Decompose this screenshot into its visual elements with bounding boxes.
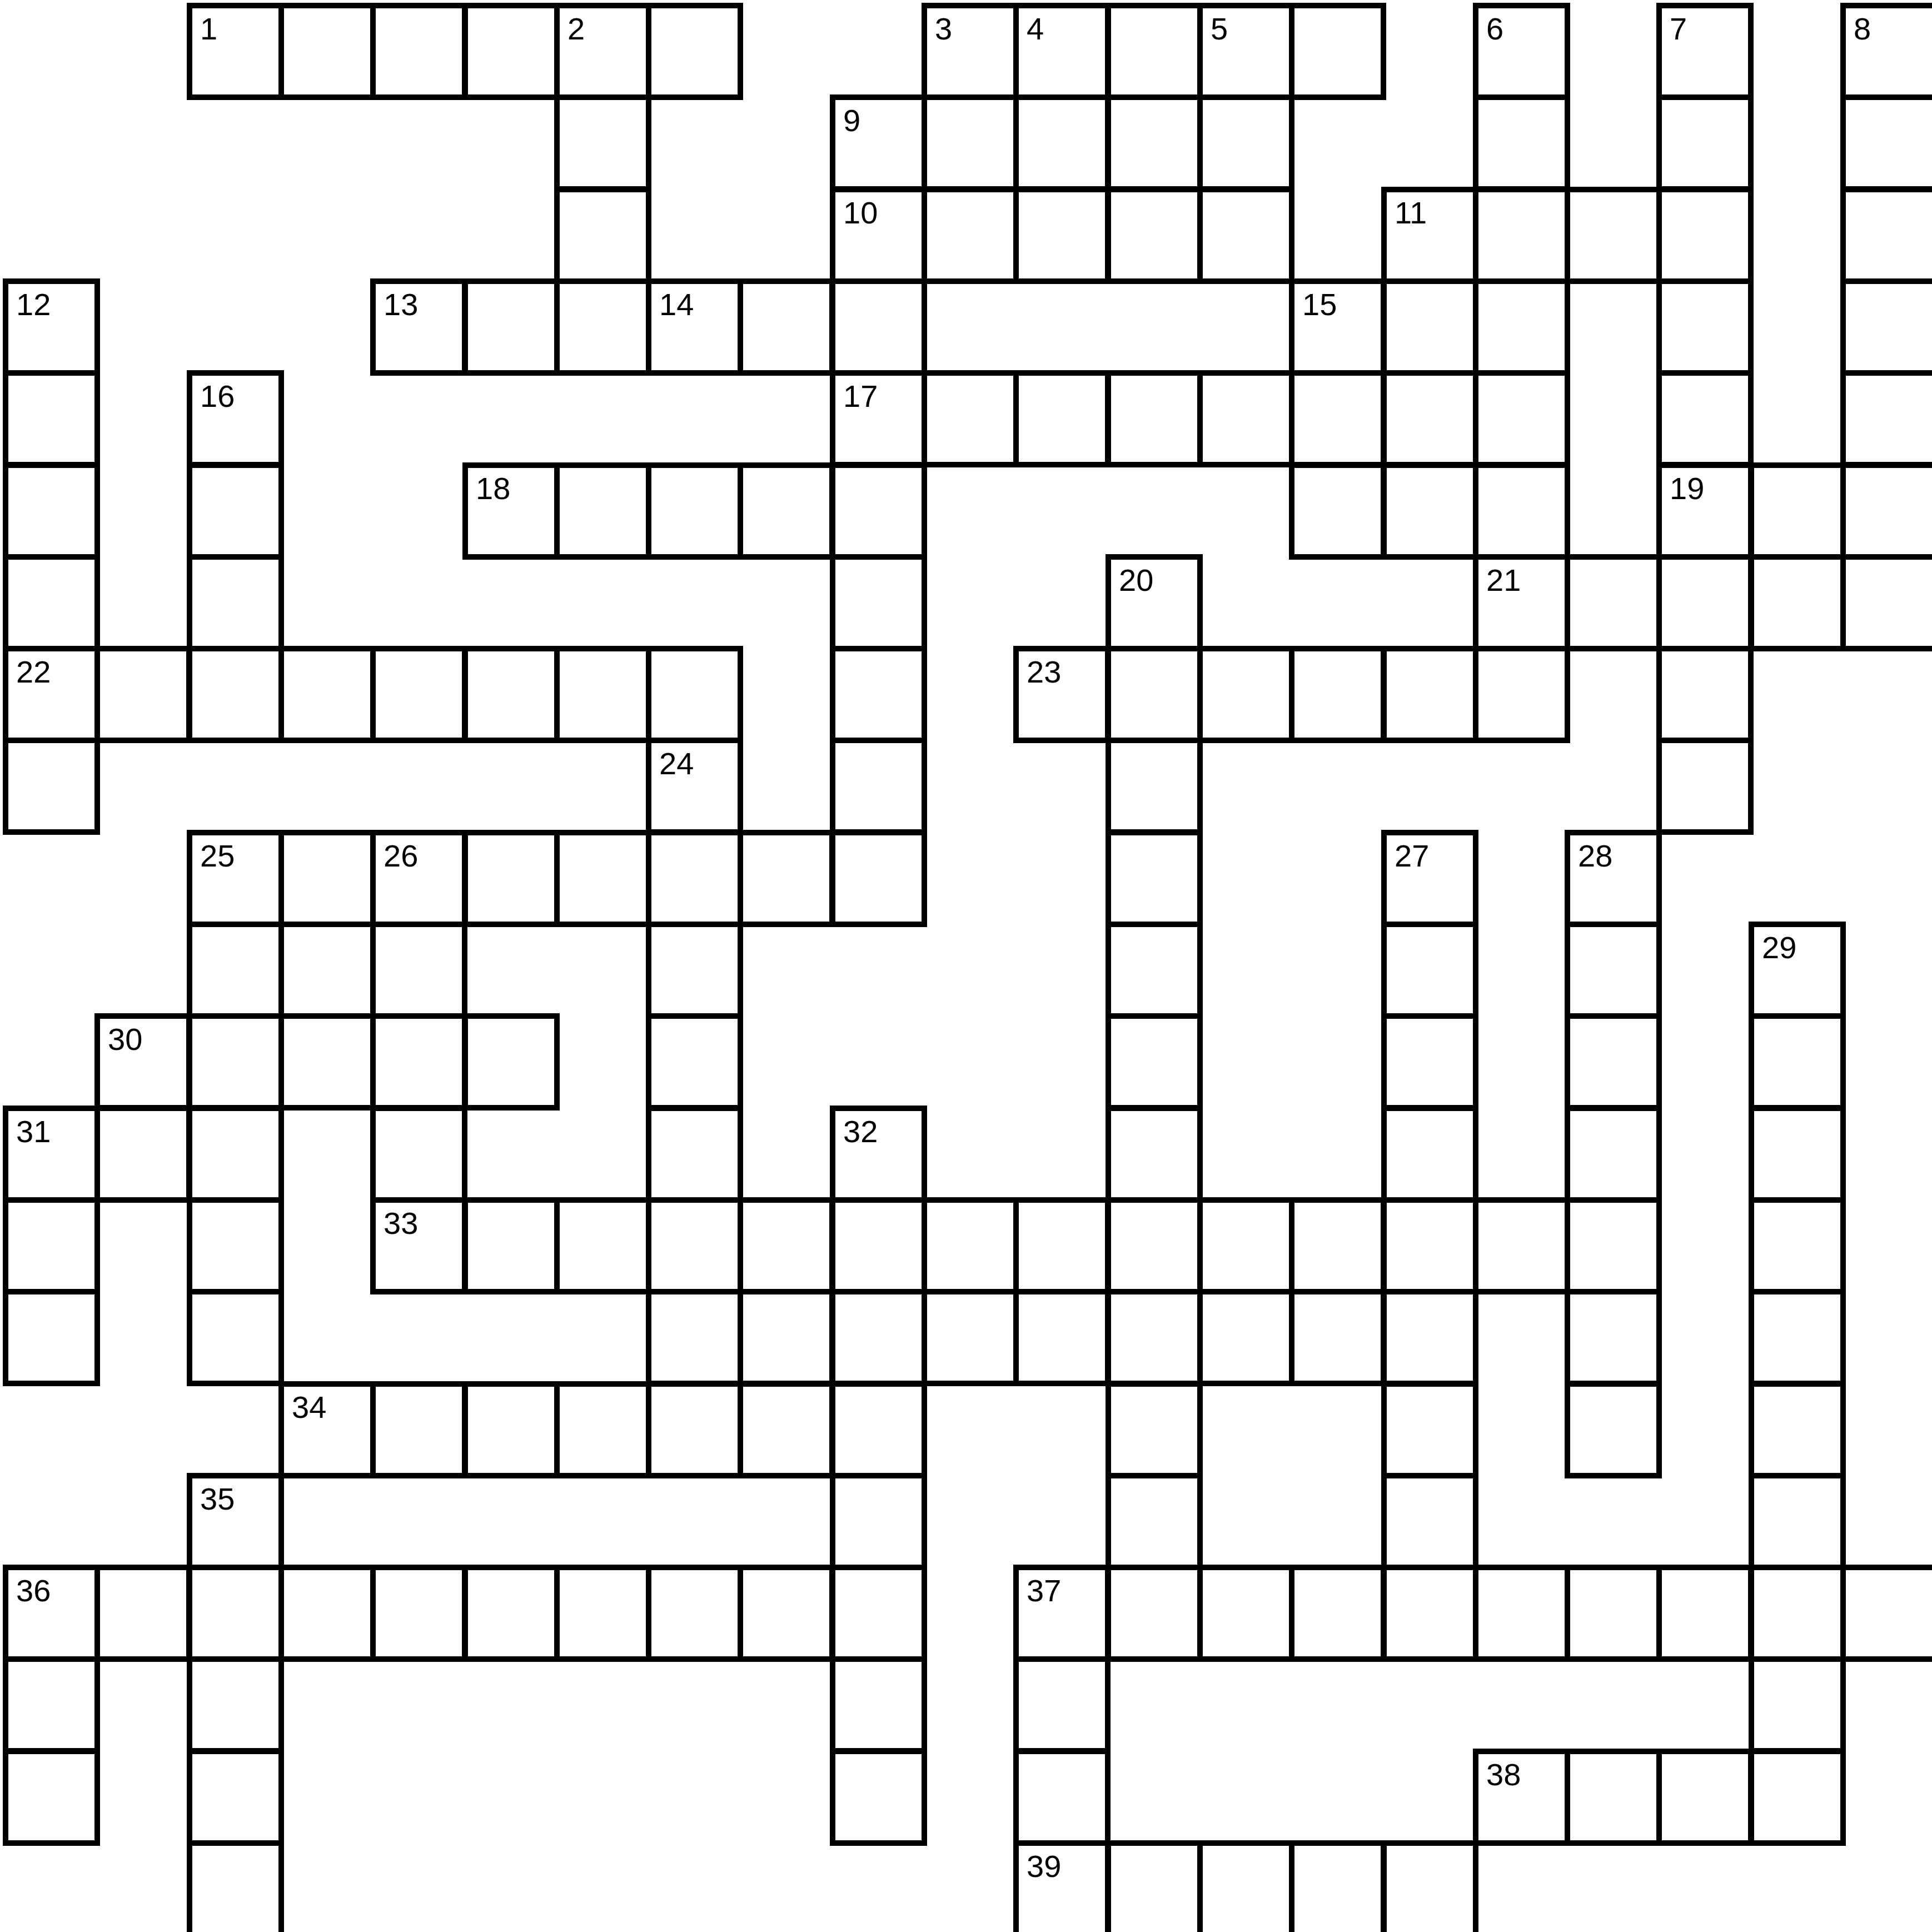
clue-number: 39 <box>1027 1849 1061 1884</box>
grid-cell[interactable] <box>738 462 835 560</box>
grid-cell[interactable] <box>1749 1565 1846 1662</box>
grid-cell[interactable] <box>1840 554 1932 651</box>
grid-cell[interactable] <box>1473 1565 1570 1662</box>
grid-cell[interactable] <box>646 1381 743 1478</box>
grid-cell[interactable] <box>738 278 835 376</box>
grid-cell[interactable]: 26 <box>370 830 467 927</box>
grid-cell[interactable] <box>1381 1197 1478 1294</box>
grid-cell[interactable] <box>830 646 927 743</box>
clue-number: 31 <box>16 1114 51 1149</box>
grid-cell[interactable] <box>1473 370 1570 467</box>
grid-cell[interactable] <box>1749 1749 1846 1846</box>
grid-cell[interactable]: 24 <box>646 738 743 835</box>
grid-cell[interactable]: 31 <box>3 1106 100 1203</box>
grid-cell[interactable] <box>187 922 284 1019</box>
grid-cell[interactable]: 8 <box>1840 3 1932 100</box>
grid-cell[interactable] <box>1565 1013 1662 1111</box>
clue-number: 23 <box>1027 655 1061 689</box>
clue-number: 27 <box>1395 839 1429 873</box>
grid-cell[interactable] <box>554 278 651 376</box>
grid-cell[interactable] <box>370 1565 467 1662</box>
grid-cell[interactable] <box>554 1565 651 1662</box>
grid-cell[interactable] <box>1289 1840 1386 1932</box>
grid-cell[interactable]: 22 <box>3 646 100 743</box>
grid-cell[interactable] <box>1749 1473 1846 1570</box>
grid-cell[interactable] <box>830 1197 927 1294</box>
clue-number: 24 <box>659 746 694 781</box>
grid-cell[interactable] <box>1106 830 1203 927</box>
clue-number: 28 <box>1578 839 1612 873</box>
grid-cell[interactable] <box>646 462 743 560</box>
clue-number: 11 <box>1395 196 1427 230</box>
grid-cell[interactable]: 15 <box>1289 278 1386 376</box>
grid-cell[interactable]: 9 <box>830 94 927 192</box>
grid-cell[interactable] <box>1656 278 1754 376</box>
grid-cell[interactable] <box>554 462 651 560</box>
grid-cell[interactable] <box>830 830 927 927</box>
grid-cell[interactable] <box>187 1749 284 1846</box>
grid-cell[interactable]: 39 <box>1013 1840 1111 1932</box>
clue-number: 20 <box>1119 563 1153 597</box>
grid-cell[interactable] <box>1197 1197 1294 1294</box>
grid-cell[interactable] <box>646 3 743 100</box>
grid-cell[interactable] <box>370 1106 467 1203</box>
grid-cell[interactable] <box>738 1565 835 1662</box>
grid-cell[interactable] <box>554 94 651 192</box>
grid-cell[interactable] <box>278 1013 376 1111</box>
grid-cell[interactable] <box>278 3 376 100</box>
grid-cell[interactable]: 33 <box>370 1197 467 1294</box>
grid-cell[interactable] <box>1381 1289 1478 1386</box>
grid-cell[interactable]: 14 <box>646 278 743 376</box>
grid-cell[interactable] <box>1289 3 1386 100</box>
grid-cell[interactable] <box>1381 1381 1478 1478</box>
grid-cell[interactable] <box>1381 922 1478 1019</box>
grid-cell[interactable] <box>1106 3 1203 100</box>
clue-number: 14 <box>659 287 694 322</box>
grid-cell[interactable] <box>370 3 467 100</box>
grid-cell[interactable] <box>1013 94 1111 192</box>
grid-cell[interactable] <box>1197 1565 1294 1662</box>
clue-number: 2 <box>567 12 585 46</box>
grid-cell[interactable] <box>1840 462 1932 560</box>
grid-cell[interactable] <box>187 1565 284 1662</box>
grid-cell[interactable] <box>1656 646 1754 743</box>
grid-cell[interactable] <box>1106 370 1203 467</box>
grid-cell[interactable] <box>1013 1197 1111 1294</box>
clue-number: 35 <box>200 1482 235 1516</box>
clue-number: 15 <box>1302 287 1337 322</box>
grid-cell[interactable]: 34 <box>278 1381 376 1478</box>
grid-cell[interactable] <box>1473 94 1570 192</box>
grid-cell[interactable] <box>1106 1013 1203 1111</box>
grid-cell[interactable] <box>1565 187 1662 284</box>
grid-cell[interactable] <box>646 830 743 927</box>
grid-cell[interactable] <box>1473 646 1570 743</box>
grid-cell[interactable] <box>3 370 100 467</box>
grid-cell[interactable] <box>830 1381 927 1478</box>
grid-cell[interactable] <box>646 922 743 1019</box>
grid-cell[interactable] <box>1106 646 1203 743</box>
grid-cell[interactable] <box>94 1106 192 1203</box>
grid-cell[interactable] <box>738 1289 835 1386</box>
grid-cell[interactable] <box>1565 1381 1662 1478</box>
grid-cell[interactable] <box>830 278 927 376</box>
grid-cell[interactable] <box>830 1749 927 1846</box>
grid-cell[interactable] <box>187 554 284 651</box>
grid-cell[interactable] <box>554 1197 651 1294</box>
clue-number: 7 <box>1670 12 1687 46</box>
clue-number: 1 <box>200 12 217 46</box>
clue-number: 30 <box>108 1022 142 1057</box>
grid-cell[interactable] <box>370 1381 467 1478</box>
grid-cell[interactable]: 19 <box>1656 462 1754 560</box>
grid-cell[interactable] <box>1565 1106 1662 1203</box>
grid-cell[interactable] <box>1656 187 1754 284</box>
clue-number: 17 <box>843 379 878 414</box>
grid-cell[interactable] <box>94 646 192 743</box>
grid-cell[interactable] <box>3 1656 100 1754</box>
grid-cell[interactable] <box>1197 94 1294 192</box>
grid-cell[interactable] <box>1106 1381 1203 1478</box>
clue-number: 4 <box>1027 12 1044 46</box>
grid-cell[interactable]: 12 <box>3 278 100 376</box>
grid-cell[interactable] <box>370 646 467 743</box>
grid-cell[interactable] <box>1013 370 1111 467</box>
grid-cell[interactable] <box>1289 646 1386 743</box>
grid-cell[interactable] <box>1565 1565 1662 1662</box>
grid-cell[interactable] <box>646 1565 743 1662</box>
grid-cell[interactable] <box>1749 462 1846 560</box>
grid-cell[interactable]: 38 <box>1473 1749 1570 1846</box>
clue-number: 25 <box>200 839 235 873</box>
clue-number: 22 <box>16 655 51 689</box>
grid-cell[interactable] <box>462 1197 560 1294</box>
grid-cell[interactable] <box>187 1106 284 1203</box>
grid-cell[interactable] <box>922 370 1019 467</box>
grid-cell[interactable] <box>1289 462 1386 560</box>
grid-cell[interactable] <box>1381 278 1478 376</box>
grid-cell[interactable]: 25 <box>187 830 284 927</box>
grid-cell[interactable] <box>554 646 651 743</box>
grid-cell[interactable] <box>1289 370 1386 467</box>
grid-cell[interactable] <box>830 1289 927 1386</box>
clue-number: 19 <box>1670 471 1704 506</box>
grid-cell[interactable] <box>554 830 651 927</box>
grid-cell[interactable]: 13 <box>370 278 467 376</box>
grid-cell[interactable] <box>1749 554 1846 651</box>
crossword-grid: 1234567891011121314151617181920212223242… <box>0 0 1932 1932</box>
grid-cell[interactable] <box>1197 1840 1294 1932</box>
clue-number: 36 <box>16 1574 51 1608</box>
clue-number: 38 <box>1486 1757 1521 1792</box>
grid-cell[interactable] <box>3 1289 100 1386</box>
grid-cell[interactable]: 35 <box>187 1473 284 1570</box>
clue-number: 8 <box>1854 12 1871 46</box>
grid-cell[interactable] <box>1381 1565 1478 1662</box>
clue-number: 9 <box>843 103 860 138</box>
grid-cell[interactable] <box>1197 646 1294 743</box>
clue-number: 33 <box>384 1206 418 1241</box>
grid-cell[interactable] <box>462 278 560 376</box>
grid-cell[interactable] <box>1840 370 1932 467</box>
clue-number: 10 <box>843 196 878 230</box>
grid-cell[interactable] <box>3 738 100 835</box>
grid-cell[interactable] <box>278 1565 376 1662</box>
grid-cell[interactable]: 7 <box>1656 3 1754 100</box>
grid-cell[interactable] <box>1656 554 1754 651</box>
grid-cell[interactable] <box>1473 278 1570 376</box>
grid-cell[interactable] <box>1013 187 1111 284</box>
grid-cell[interactable] <box>3 462 100 560</box>
clue-number: 26 <box>384 839 418 873</box>
grid-cell[interactable] <box>922 1197 1019 1294</box>
grid-cell[interactable] <box>1106 1565 1203 1662</box>
clue-number: 29 <box>1762 930 1796 965</box>
clue-number: 16 <box>200 379 235 414</box>
grid-cell[interactable] <box>187 1289 284 1386</box>
grid-cell[interactable] <box>646 1197 743 1294</box>
grid-cell[interactable] <box>1840 1565 1932 1662</box>
clue-number: 34 <box>292 1390 326 1425</box>
grid-cell[interactable]: 20 <box>1106 554 1203 651</box>
clue-number: 3 <box>935 12 952 46</box>
grid-cell[interactable] <box>462 1381 560 1478</box>
grid-cell[interactable] <box>1749 1013 1846 1111</box>
grid-cell[interactable]: 5 <box>1197 3 1294 100</box>
grid-cell[interactable] <box>1749 1197 1846 1294</box>
grid-cell[interactable]: 3 <box>922 3 1019 100</box>
grid-cell[interactable] <box>187 1197 284 1294</box>
grid-cell[interactable] <box>1656 1749 1754 1846</box>
grid-cell[interactable] <box>462 1013 560 1111</box>
grid-cell[interactable] <box>646 1013 743 1111</box>
grid-cell[interactable] <box>738 830 835 927</box>
grid-cell[interactable] <box>554 1381 651 1478</box>
grid-cell[interactable] <box>462 830 560 927</box>
grid-cell[interactable]: 23 <box>1013 646 1111 743</box>
grid-cell[interactable] <box>554 187 651 284</box>
grid-cell[interactable] <box>370 1013 467 1111</box>
grid-cell[interactable]: 30 <box>94 1013 192 1111</box>
grid-cell[interactable] <box>462 646 560 743</box>
grid-cell[interactable]: 36 <box>3 1565 100 1662</box>
clue-number: 21 <box>1486 563 1521 597</box>
grid-cell[interactable]: 32 <box>830 1106 927 1203</box>
grid-cell[interactable] <box>1106 1197 1203 1294</box>
grid-cell[interactable] <box>1106 922 1203 1019</box>
grid-cell[interactable] <box>646 646 743 743</box>
grid-cell[interactable] <box>187 462 284 560</box>
grid-cell[interactable]: 6 <box>1473 3 1570 100</box>
grid-cell[interactable] <box>1289 1289 1386 1386</box>
grid-cell[interactable] <box>830 1656 927 1754</box>
grid-cell[interactable] <box>1106 1106 1203 1203</box>
grid-cell[interactable] <box>1106 738 1203 835</box>
grid-cell[interactable] <box>1381 1473 1478 1570</box>
grid-cell[interactable] <box>1656 738 1754 835</box>
grid-cell[interactable] <box>3 1749 100 1846</box>
grid-cell[interactable] <box>462 1565 560 1662</box>
grid-cell[interactable] <box>187 646 284 743</box>
grid-cell[interactable] <box>738 1381 835 1478</box>
grid-cell[interactable] <box>830 738 927 835</box>
grid-cell[interactable] <box>1749 1656 1846 1754</box>
grid-cell[interactable]: 2 <box>554 3 651 100</box>
grid-cell[interactable] <box>646 1289 743 1386</box>
clue-number: 37 <box>1027 1574 1061 1608</box>
grid-cell[interactable] <box>1013 1749 1111 1846</box>
clue-number: 5 <box>1211 12 1228 46</box>
grid-cell[interactable] <box>3 554 100 651</box>
grid-cell[interactable] <box>1840 278 1932 376</box>
grid-cell[interactable] <box>187 1013 284 1111</box>
grid-cell[interactable] <box>278 830 376 927</box>
grid-cell[interactable] <box>3 1197 100 1294</box>
grid-cell[interactable] <box>1197 1289 1294 1386</box>
grid-cell[interactable]: 21 <box>1473 554 1570 651</box>
grid-cell[interactable] <box>462 3 560 100</box>
grid-cell[interactable] <box>1749 1289 1846 1386</box>
grid-cell[interactable] <box>1289 1197 1386 1294</box>
grid-cell[interactable] <box>1840 94 1932 192</box>
grid-cell[interactable] <box>1381 1013 1478 1111</box>
grid-cell[interactable] <box>1106 1840 1203 1932</box>
grid-cell[interactable] <box>1381 1840 1478 1932</box>
grid-cell[interactable]: 1 <box>187 3 284 100</box>
grid-cell[interactable] <box>1013 1289 1111 1386</box>
grid-cell[interactable] <box>370 922 467 1019</box>
clue-number: 18 <box>476 471 510 506</box>
clue-number: 12 <box>16 287 51 322</box>
grid-cell[interactable] <box>1106 94 1203 192</box>
grid-cell[interactable] <box>1197 187 1294 284</box>
grid-cell[interactable]: 18 <box>462 462 560 560</box>
grid-cell[interactable] <box>1197 370 1294 467</box>
grid-cell[interactable] <box>94 1565 192 1662</box>
grid-cell[interactable] <box>1473 1197 1570 1294</box>
grid-cell[interactable] <box>1381 370 1478 467</box>
grid-cell[interactable] <box>1106 187 1203 284</box>
grid-cell[interactable] <box>1473 462 1570 560</box>
grid-cell[interactable] <box>1656 370 1754 467</box>
grid-cell[interactable] <box>830 1565 927 1662</box>
grid-cell[interactable]: 11 <box>1381 187 1478 284</box>
grid-cell[interactable] <box>1656 94 1754 192</box>
grid-cell[interactable]: 16 <box>187 370 284 467</box>
grid-cell[interactable] <box>187 1840 284 1932</box>
grid-cell[interactable]: 27 <box>1381 830 1478 927</box>
clue-number: 6 <box>1486 12 1503 46</box>
grid-cell[interactable]: 10 <box>830 187 927 284</box>
grid-cell[interactable] <box>1289 1565 1386 1662</box>
grid-cell[interactable] <box>1381 1106 1478 1203</box>
grid-cell[interactable]: 17 <box>830 370 927 467</box>
grid-cell[interactable] <box>1381 462 1478 560</box>
grid-cell[interactable] <box>1106 1473 1203 1570</box>
grid-cell[interactable] <box>646 1106 743 1203</box>
grid-cell[interactable] <box>1106 1289 1203 1386</box>
grid-cell[interactable]: 4 <box>1013 3 1111 100</box>
grid-cell[interactable] <box>738 1197 835 1294</box>
grid-cell[interactable] <box>278 646 376 743</box>
grid-cell[interactable] <box>1749 1106 1846 1203</box>
grid-cell[interactable] <box>1565 922 1662 1019</box>
grid-cell[interactable]: 37 <box>1013 1565 1111 1662</box>
grid-cell[interactable] <box>1013 1656 1111 1754</box>
grid-cell[interactable] <box>922 187 1019 284</box>
grid-cell[interactable] <box>830 554 927 651</box>
clue-number: 32 <box>843 1114 878 1149</box>
grid-cell[interactable]: 29 <box>1749 922 1846 1019</box>
grid-cell[interactable]: 28 <box>1565 830 1662 927</box>
clue-number: 13 <box>384 287 418 322</box>
grid-cell[interactable] <box>922 1289 1019 1386</box>
grid-cell[interactable] <box>1565 1749 1662 1846</box>
grid-cell[interactable] <box>922 94 1019 192</box>
grid-cell[interactable] <box>1565 1289 1662 1386</box>
grid-cell[interactable] <box>830 462 927 560</box>
grid-cell[interactable] <box>1381 646 1478 743</box>
grid-cell[interactable] <box>830 1473 927 1570</box>
grid-cell[interactable] <box>187 1656 284 1754</box>
grid-cell[interactable] <box>1473 187 1570 284</box>
grid-cell[interactable] <box>1565 1197 1662 1294</box>
grid-cell[interactable] <box>1565 554 1662 651</box>
grid-cell[interactable] <box>1749 1381 1846 1478</box>
grid-cell[interactable] <box>1840 187 1932 284</box>
grid-cell[interactable] <box>1656 1565 1754 1662</box>
